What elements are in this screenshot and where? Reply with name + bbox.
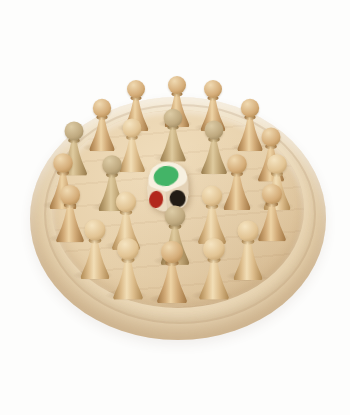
peg-head (53, 153, 73, 173)
peg-body (157, 264, 188, 303)
peg-head (204, 80, 222, 98)
peg-head (93, 99, 111, 117)
peg-head (85, 220, 106, 241)
peg-head (205, 121, 224, 140)
peg-head (102, 155, 122, 175)
peg-head (164, 109, 183, 128)
peg-outer-ssw[interactable] (112, 238, 144, 301)
peg-head (117, 238, 139, 260)
product-photo-stage (0, 0, 350, 415)
peg-body (233, 243, 262, 281)
peg-head (241, 99, 259, 117)
peg-outer-se[interactable] (232, 221, 264, 282)
peg-head (123, 119, 142, 138)
peg-head (165, 206, 186, 227)
peg-outer-sw[interactable] (79, 220, 111, 281)
peg-inner-n[interactable] (159, 109, 187, 163)
peg-head (227, 154, 247, 174)
peg-head (127, 80, 145, 98)
peg-head (262, 184, 282, 204)
peg-outer-nw[interactable] (88, 99, 116, 152)
peg-head (262, 128, 281, 147)
peg-body (223, 175, 250, 210)
peg-body (80, 242, 109, 280)
peg-head (168, 76, 186, 94)
peg-body (160, 128, 186, 161)
peg-inner-se[interactable] (197, 186, 228, 245)
peg-head (267, 154, 287, 174)
peg-head (203, 238, 225, 260)
peg-outer-sse[interactable] (198, 238, 230, 301)
peg-head (161, 241, 183, 263)
peg-body (113, 261, 143, 300)
peg-head (60, 185, 80, 205)
peg-head (65, 122, 84, 141)
peg-outer-s[interactable] (156, 241, 189, 304)
peg-head (202, 186, 222, 206)
peg-body (199, 261, 229, 300)
peg-body (89, 118, 115, 151)
peg-head (116, 192, 136, 212)
peg-head (238, 221, 259, 242)
